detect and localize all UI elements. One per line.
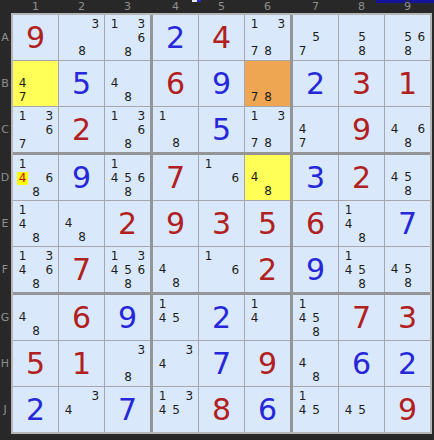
cell-B6[interactable]: 78 [245,61,290,106]
candidate-4: 4 [342,403,355,417]
candidate-1: 1 [342,249,355,263]
cell-B5[interactable]: 9 [199,61,244,106]
cell-F6[interactable]: 2 [245,247,290,292]
given-digit: 1 [385,61,430,106]
candidate-1: 1 [202,249,215,263]
given-digit: 2 [59,107,104,152]
candidates: 48 [62,203,102,244]
candidates: 1378 [248,17,288,58]
candidate-empty [169,343,182,357]
candidate-7: 7 [248,44,261,58]
candidate-empty [183,262,196,276]
candidate-8: 8 [355,44,368,58]
placed-digit: 5 [59,61,104,106]
candidates: 14568 [108,157,148,198]
candidate-empty [183,417,196,430]
candidate-empty [29,263,42,277]
candidate-empty [275,325,288,338]
placed-digit: 6 [339,341,384,386]
candidates: 48 [16,297,56,338]
candidate-empty [388,109,401,122]
candidate-empty [183,371,196,384]
given-digit: 8 [199,387,244,432]
column-label-4: 4 [153,1,198,13]
cell-D2[interactable]: 9 [59,155,104,200]
cell-D7[interactable]: 3 [293,155,338,200]
given-digit: 6 [293,201,338,246]
cell-J5[interactable]: 8 [199,387,244,432]
given-digit: 2 [339,155,384,200]
candidate-8: 8 [401,136,414,150]
candidate-empty [369,231,382,245]
candidate-6: 6 [135,123,148,137]
candidate-1: 1 [108,157,121,171]
candidate-empty [342,30,355,44]
given-digit: 6 [59,295,104,340]
candidate-8: 8 [261,136,274,150]
candidate-empty [401,109,414,122]
candidates: 48 [296,343,336,384]
candidate-empty [369,217,382,231]
cell-G8[interactable]: 7 [339,295,384,340]
given-digit: 3 [339,61,384,106]
candidate-empty [323,370,336,384]
candidate-empty [62,389,75,403]
candidate-5: 5 [401,262,414,276]
cell-F5[interactable]: 16 [199,247,244,292]
candidate-6: 6 [135,171,148,185]
cell-D9[interactable]: 458 [385,155,430,200]
candidate-empty [43,310,56,324]
candidate-4: 4 [388,122,401,136]
cell-A8[interactable]: 58 [339,15,384,60]
candidate-empty [156,371,169,384]
column-label-9: 9 [385,1,430,13]
candidate-empty [169,109,182,123]
candidate-empty [388,249,401,262]
candidate-empty [342,44,355,58]
cell-D1[interactable]: 1468 [13,155,58,200]
candidate-empty [16,297,29,310]
cell-H1[interactable]: 5 [13,341,58,386]
cell-H4[interactable]: 34 [153,341,198,386]
candidate-empty [355,389,368,403]
cell-H7[interactable]: 48 [293,341,338,386]
cell-H2[interactable]: 1 [59,341,104,386]
candidate-5: 5 [401,170,414,184]
candidate-empty [309,343,322,356]
candidate-empty [16,231,29,245]
candidate-empty [62,417,75,430]
row-label-A: A [0,15,10,60]
cell-D8[interactable]: 2 [339,155,384,200]
cell-E5[interactable]: 3 [199,201,244,246]
candidate-1: 1 [156,297,169,311]
cell-J6[interactable]: 6 [245,387,290,432]
candidate-empty [342,17,355,30]
cell-J3[interactable]: 7 [105,387,150,432]
candidate-8: 8 [29,185,42,199]
candidate-empty [183,249,196,262]
cell-C6[interactable]: 1378 [245,107,290,152]
candidate-empty [388,30,401,44]
candidate-1: 1 [156,389,169,403]
cell-G4[interactable]: 145 [153,295,198,340]
cell-C2[interactable]: 2 [59,107,104,152]
candidate-empty [43,297,56,310]
candidate-empty [135,76,148,90]
candidate-3: 3 [135,17,148,31]
candidate-4: 4 [16,76,29,90]
candidate-empty [355,249,368,263]
candidate-empty [296,325,309,339]
candidate-empty [62,203,75,216]
candidate-empty [261,157,274,170]
candidate-empty [309,136,322,150]
cell-H9[interactable]: 2 [385,341,430,386]
candidate-1: 1 [16,249,29,263]
candidate-empty [261,17,274,31]
candidate-empty [183,297,196,311]
candidate-5: 5 [309,311,322,325]
candidate-empty [309,109,322,122]
candidate-8: 8 [261,90,274,104]
cell-B9[interactable]: 1 [385,61,430,106]
candidate-empty [16,63,29,76]
candidates: 38 [62,17,102,58]
cell-D3[interactable]: 14568 [105,155,150,200]
candidate-empty [323,417,336,430]
candidate-4: 4 [248,170,261,184]
cell-J2[interactable]: 34 [59,387,104,432]
cell-E4[interactable]: 9 [153,201,198,246]
candidate-empty [89,203,102,216]
cell-C7[interactable]: 47 [293,107,338,152]
candidate-empty [135,137,148,151]
candidate-empty [342,231,355,245]
cell-A7[interactable]: 57 [293,15,338,60]
candidate-7: 7 [296,136,309,150]
candidates: 568 [388,17,428,58]
candidate-empty [43,217,56,231]
placed-digit: 9 [105,295,150,340]
candidate-5: 5 [401,30,414,44]
candidate-empty [296,17,309,30]
candidate-empty [121,63,134,76]
candidate-empty [108,63,121,76]
candidate-8: 8 [29,231,42,245]
candidate-empty [248,123,261,136]
cell-F7[interactable]: 9 [293,247,338,292]
candidate-3: 3 [183,343,196,357]
cell-G6[interactable]: 14 [245,295,290,340]
candidate-1: 1 [342,203,355,217]
candidate-1: 1 [296,389,309,403]
placed-digit: 3 [293,155,338,200]
cell-G2[interactable]: 6 [59,295,104,340]
cell-F3[interactable]: 134568 [105,247,150,292]
cell-E6[interactable]: 5 [245,201,290,246]
cell-A2[interactable]: 38 [59,15,104,60]
placed-digit: 2 [293,61,338,106]
candidate-8: 8 [121,185,134,199]
candidate-empty [401,122,414,136]
cell-G7[interactable]: 1458 [293,295,338,340]
candidate-empty [29,157,42,171]
cell-J4[interactable]: 1345 [153,387,198,432]
cell-C8[interactable]: 9 [339,107,384,152]
candidate-empty [369,263,382,277]
cell-F4[interactable]: 48 [153,247,198,292]
candidate-empty [108,357,121,370]
candidate-4: 4 [296,356,309,370]
candidate-empty [16,123,29,137]
cell-G9[interactable]: 3 [385,295,430,340]
cell-H8[interactable]: 6 [339,341,384,386]
cell-B3[interactable]: 48 [105,61,150,106]
cell-J8[interactable]: 45 [339,387,384,432]
candidate-empty [275,77,288,91]
candidate-empty [296,370,309,384]
candidate-empty [309,417,322,430]
candidate-empty [135,45,148,59]
candidate-3: 3 [275,109,288,123]
column-label-2: 2 [59,1,104,13]
cell-J1[interactable]: 2 [13,387,58,432]
candidate-3: 3 [135,109,148,123]
candidate-empty [296,109,309,122]
candidate-empty [89,417,102,430]
cell-G5[interactable]: 2 [199,295,244,340]
candidate-4: 4 [62,216,75,230]
candidate-empty [401,157,414,170]
cell-A3[interactable]: 1368 [105,15,150,60]
candidate-1: 1 [202,157,215,171]
candidate-5: 5 [169,403,182,417]
candidates: 1368 [108,109,148,150]
candidate-4: 4 [156,262,169,276]
column-label-6: 6 [245,1,290,13]
column-label-1: 1 [13,1,58,13]
cell-B4[interactable]: 6 [153,61,198,106]
row-label-C: C [0,107,10,152]
box-0: 938136847548136721368 [13,15,150,152]
candidate-empty [342,417,355,431]
candidates: 47 [16,63,56,104]
candidate-empty [415,17,428,30]
row-label-D: D [0,155,10,200]
box-2: 5758568231479468 [293,15,430,152]
candidate-6: 6 [415,30,428,44]
candidate-empty [415,44,428,58]
candidate-empty [183,136,196,150]
highlighted-candidate-4: 4 [17,172,29,185]
candidate-1: 1 [108,109,121,123]
box-6: 486951382347 [13,295,150,432]
candidate-empty [275,136,288,150]
candidate-empty [215,185,228,198]
candidate-empty [275,123,288,136]
candidates: 148 [16,203,56,244]
cell-C3[interactable]: 1368 [105,107,150,152]
candidate-8: 8 [121,90,134,104]
candidate-empty [169,325,182,338]
candidate-empty [369,389,382,403]
candidate-empty [248,31,261,44]
candidate-empty [183,325,196,338]
candidate-empty [156,417,169,430]
candidate-empty [323,325,336,339]
row-label-J: J [0,387,10,432]
candidate-8: 8 [261,44,274,58]
candidate-empty [121,109,134,123]
candidate-empty [275,170,288,184]
candidate-empty [121,357,134,370]
candidate-4: 4 [108,76,121,90]
candidate-6: 6 [43,171,56,185]
cell-E7[interactable]: 6 [293,201,338,246]
cell-E3[interactable]: 2 [105,201,150,246]
cell-E8[interactable]: 148 [339,201,384,246]
cell-D4[interactable]: 7 [153,155,198,200]
candidate-8: 8 [309,370,322,384]
candidates: 48 [108,63,148,104]
cell-A4[interactable]: 2 [153,15,198,60]
candidate-empty [261,123,274,136]
candidate-empty [156,249,169,262]
candidate-8: 8 [29,277,42,291]
cell-A9[interactable]: 568 [385,15,430,60]
cell-A6[interactable]: 1378 [245,15,290,60]
candidate-8: 8 [121,277,134,291]
candidate-4: 4 [108,263,121,277]
candidate-3: 3 [135,249,148,263]
cell-B2[interactable]: 5 [59,61,104,106]
candidate-8: 8 [355,277,368,291]
candidate-empty [401,17,414,30]
box-5: 324586148791458458 [293,155,430,292]
candidate-empty [248,77,261,91]
cell-C4[interactable]: 18 [153,107,198,152]
cell-D5[interactable]: 16 [199,155,244,200]
candidate-empty [415,170,428,184]
candidate-empty [183,357,196,371]
candidate-empty [415,157,428,170]
candidate-1: 1 [16,203,29,217]
candidate-8: 8 [309,325,322,339]
candidate-empty [275,311,288,325]
candidate-empty [202,171,215,185]
cell-G1[interactable]: 48 [13,295,58,340]
cell-H6[interactable]: 9 [245,341,290,386]
cell-H3[interactable]: 38 [105,341,150,386]
candidate-empty [108,370,121,384]
candidate-empty [275,31,288,44]
candidate-4: 4 [388,262,401,276]
candidate-empty [275,63,288,77]
cell-E2[interactable]: 48 [59,201,104,246]
candidate-1: 1 [248,109,261,123]
given-digit: 5 [13,341,58,386]
candidate-empty [388,44,401,58]
candidate-7: 7 [248,136,261,150]
given-digit: 2 [245,247,290,292]
cell-A5[interactable]: 4 [199,15,244,60]
candidate-1: 1 [16,157,29,171]
candidate-empty [309,356,322,370]
given-digit: 2 [105,201,150,246]
cell-F9[interactable]: 458 [385,247,430,292]
candidate-empty [16,277,29,291]
candidate-empty [261,170,274,184]
cell-J9[interactable]: 9 [385,387,430,432]
candidate-empty [156,343,169,357]
candidates: 58 [342,17,382,58]
cell-C9[interactable]: 468 [385,107,430,152]
cell-B8[interactable]: 3 [339,61,384,106]
cell-E9[interactable]: 7 [385,201,430,246]
candidates: 34 [62,389,102,430]
candidate-empty [108,45,121,59]
cell-F1[interactable]: 13468 [13,247,58,292]
placed-digit: 6 [245,387,290,432]
cell-H5[interactable]: 7 [199,341,244,386]
candidate-empty [275,44,288,58]
candidate-5: 5 [169,311,182,325]
candidate-empty [323,403,336,417]
cell-B7[interactable]: 2 [293,61,338,106]
box-4: 7164893548162 [153,155,290,292]
candidate-empty [169,123,182,136]
candidate-empty [369,417,382,431]
candidate-empty [29,171,42,185]
candidate-7: 7 [16,137,29,151]
cell-G3[interactable]: 9 [105,295,150,340]
candidate-empty [121,343,134,357]
candidates: 48 [248,157,288,198]
candidates: 18 [156,109,196,150]
cell-B1[interactable]: 47 [13,61,58,106]
candidates: 134568 [108,249,148,290]
cell-C5[interactable]: 5 [199,107,244,152]
candidate-empty [261,31,274,44]
cell-J7[interactable]: 145 [293,387,338,432]
candidate-empty [342,277,355,291]
cell-F2[interactable]: 7 [59,247,104,292]
cell-F8[interactable]: 1458 [339,247,384,292]
candidate-empty [275,184,288,198]
candidate-6: 6 [229,171,242,185]
candidates: 1345 [156,389,196,430]
given-digit: 3 [385,295,430,340]
candidate-empty [388,136,401,150]
candidate-empty [108,185,121,199]
candidate-5: 5 [355,30,368,44]
candidates: 1468 [16,157,56,198]
candidate-empty [29,297,42,310]
candidate-5: 5 [121,171,134,185]
cell-E1[interactable]: 148 [13,201,58,246]
cell-A1[interactable]: 9 [13,15,58,60]
candidate-1: 1 [296,297,309,311]
candidate-empty [401,249,414,262]
cell-C1[interactable]: 1367 [13,107,58,152]
candidate-empty [29,217,42,231]
cell-D6[interactable]: 48 [245,155,290,200]
candidate-empty [169,357,182,371]
candidate-empty [309,44,322,58]
candidate-empty [29,76,42,90]
